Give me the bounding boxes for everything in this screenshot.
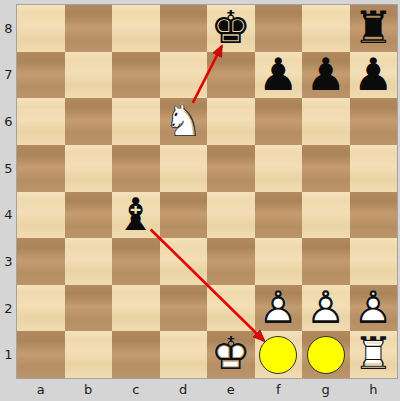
board: ♚♜♟♟♟♞♘♝♟♙♟♙♟♙♚♔♜♖ (17, 5, 397, 378)
rank-label-8: 8 (0, 5, 17, 52)
piece-black-pawn-f7[interactable]: ♟ (255, 52, 303, 99)
rank-label-1: 1 (0, 331, 17, 378)
black-pawn-icon: ♟ (350, 52, 398, 99)
square-g3[interactable] (302, 238, 350, 285)
file-label-h: h (350, 378, 398, 401)
square-a8[interactable] (17, 5, 65, 52)
square-e6[interactable] (207, 98, 255, 145)
piece-white-pawn-g2[interactable]: ♟♙ (302, 285, 350, 332)
file-label-c: c (112, 378, 160, 401)
square-e2[interactable] (207, 285, 255, 332)
black-rook-icon: ♜ (350, 5, 398, 52)
square-c6[interactable] (112, 98, 160, 145)
piece-white-pawn-h2[interactable]: ♟♙ (350, 285, 398, 332)
square-b1[interactable] (65, 331, 113, 378)
square-f5[interactable] (255, 145, 303, 192)
white-king-icon: ♔ (207, 331, 255, 378)
rank-label-2: 2 (0, 285, 17, 332)
piece-black-bishop-c4[interactable]: ♝ (112, 192, 160, 239)
black-bishop-icon: ♝ (112, 192, 160, 239)
square-c2[interactable] (112, 285, 160, 332)
piece-black-pawn-g7[interactable]: ♟ (302, 52, 350, 99)
file-label-f: f (255, 378, 303, 401)
white-knight-icon: ♘ (160, 98, 208, 145)
square-h6[interactable] (350, 98, 398, 145)
square-c3[interactable] (112, 238, 160, 285)
rank-label-6: 6 (0, 98, 17, 145)
piece-black-king-e8[interactable]: ♚ (207, 5, 255, 52)
square-e3[interactable] (207, 238, 255, 285)
square-a1[interactable] (17, 331, 65, 378)
white-rook-icon: ♖ (350, 331, 398, 378)
square-a5[interactable] (17, 145, 65, 192)
file-label-b: b (65, 378, 113, 401)
rank-labels: 87654321 (0, 5, 17, 378)
square-g5[interactable] (302, 145, 350, 192)
piece-black-rook-h8[interactable]: ♜ (350, 5, 398, 52)
square-d3[interactable] (160, 238, 208, 285)
square-h5[interactable] (350, 145, 398, 192)
square-c1[interactable] (112, 331, 160, 378)
square-g8[interactable] (302, 5, 350, 52)
square-h4[interactable] (350, 192, 398, 239)
file-labels: abcdefgh (17, 378, 397, 401)
square-c5[interactable] (112, 145, 160, 192)
square-c7[interactable] (112, 52, 160, 99)
file-label-d: d (160, 378, 208, 401)
square-b7[interactable] (65, 52, 113, 99)
square-d4[interactable] (160, 192, 208, 239)
square-e4[interactable] (207, 192, 255, 239)
rank-label-3: 3 (0, 238, 17, 285)
square-b3[interactable] (65, 238, 113, 285)
square-e5[interactable] (207, 145, 255, 192)
square-b8[interactable] (65, 5, 113, 52)
black-pawn-icon: ♟ (302, 52, 350, 99)
rank-label-7: 7 (0, 52, 17, 99)
square-e7[interactable] (207, 52, 255, 99)
square-d1[interactable] (160, 331, 208, 378)
black-king-icon: ♚ (207, 5, 255, 52)
white-pawn-icon: ♙ (350, 285, 398, 332)
piece-white-king-e1[interactable]: ♚♔ (207, 331, 255, 378)
square-d7[interactable] (160, 52, 208, 99)
square-h3[interactable] (350, 238, 398, 285)
square-a7[interactable] (17, 52, 65, 99)
highlight-circle-g1 (307, 336, 345, 374)
square-g6[interactable] (302, 98, 350, 145)
piece-white-pawn-f2[interactable]: ♟♙ (255, 285, 303, 332)
square-a4[interactable] (17, 192, 65, 239)
white-pawn-icon: ♙ (302, 285, 350, 332)
file-label-g: g (302, 378, 350, 401)
square-b6[interactable] (65, 98, 113, 145)
square-f4[interactable] (255, 192, 303, 239)
square-a2[interactable] (17, 285, 65, 332)
square-b4[interactable] (65, 192, 113, 239)
square-b5[interactable] (65, 145, 113, 192)
piece-black-pawn-h7[interactable]: ♟ (350, 52, 398, 99)
square-f8[interactable] (255, 5, 303, 52)
piece-white-rook-h1[interactable]: ♜♖ (350, 331, 398, 378)
chess-diagram: 87654321 ♚♜♟♟♟♞♘♝♟♙♟♙♟♙♚♔♜♖ abcdefgh (0, 0, 400, 401)
square-c8[interactable] (112, 5, 160, 52)
file-label-a: a (17, 378, 65, 401)
square-f6[interactable] (255, 98, 303, 145)
white-pawn-icon: ♙ (255, 285, 303, 332)
rank-label-4: 4 (0, 192, 17, 239)
piece-white-knight-d6[interactable]: ♞♘ (160, 98, 208, 145)
square-a6[interactable] (17, 98, 65, 145)
square-d2[interactable] (160, 285, 208, 332)
rank-label-5: 5 (0, 145, 17, 192)
square-d8[interactable] (160, 5, 208, 52)
square-f3[interactable] (255, 238, 303, 285)
square-g4[interactable] (302, 192, 350, 239)
square-d5[interactable] (160, 145, 208, 192)
highlight-circle-f1 (259, 336, 297, 374)
black-pawn-icon: ♟ (255, 52, 303, 99)
square-b2[interactable] (65, 285, 113, 332)
file-label-e: e (207, 378, 255, 401)
square-a3[interactable] (17, 238, 65, 285)
